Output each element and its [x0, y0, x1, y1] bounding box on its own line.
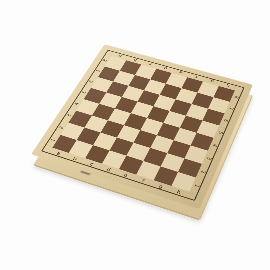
product-photo-stage: abcdefgh abcdefgh 87654321 87654321: [0, 0, 270, 270]
chess-board: abcdefgh abcdefgh 87654321 87654321: [31, 44, 253, 209]
